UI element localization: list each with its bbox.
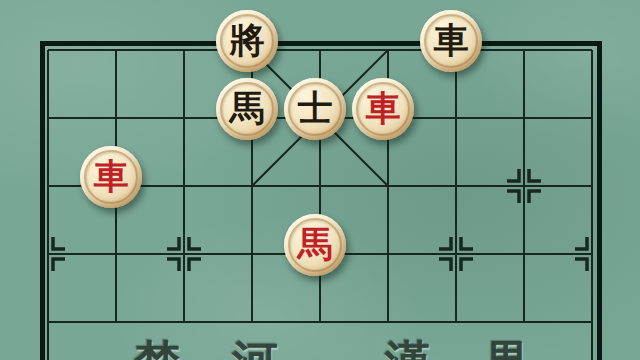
piece-glyph: 車: [366, 90, 401, 125]
piece-glyph: 馬: [230, 90, 265, 125]
piece-glyph: 車: [434, 22, 469, 57]
piece-black-chariot[interactable]: 車: [420, 10, 482, 72]
piece-red-chariot[interactable]: 車: [352, 78, 414, 140]
piece-glyph: 士: [298, 90, 333, 125]
xiangqi-board: 楚 河 漢 界 將車馬士車車馬: [0, 0, 640, 360]
piece-red-horse[interactable]: 馬: [284, 214, 346, 276]
piece-black-advisor[interactable]: 士: [284, 78, 346, 140]
pieces-layer: 將車馬士車車馬: [0, 0, 640, 360]
piece-red-chariot[interactable]: 車: [80, 146, 142, 208]
piece-glyph: 車: [94, 158, 129, 193]
piece-black-horse[interactable]: 馬: [216, 78, 278, 140]
piece-glyph: 馬: [298, 226, 333, 261]
piece-black-general[interactable]: 將: [216, 10, 278, 72]
piece-glyph: 將: [230, 22, 265, 57]
